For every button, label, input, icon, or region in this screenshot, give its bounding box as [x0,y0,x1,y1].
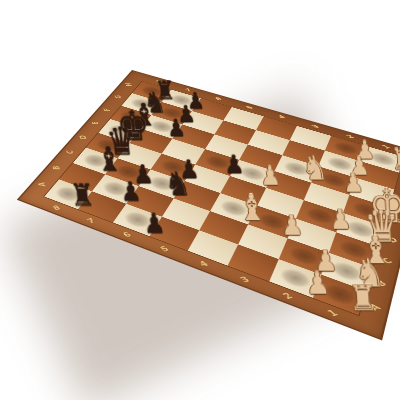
piece-white-pawn-c3[interactable]: ♟ [264,211,320,239]
file-label-far-a: A [36,181,50,188]
piece-black-pawn-b7[interactable]: ♟ [104,178,158,204]
file-label-far-b: B [50,165,64,172]
piece-black-pawn-a6[interactable]: ♟ [126,209,182,237]
file-label-far-d: D [77,134,90,140]
piece-black-pawn-f7[interactable]: ♟ [152,116,200,140]
piece-black-knight-c6[interactable]: ♞ [151,167,205,200]
rank-label-left-7: 7 [83,216,101,226]
product-photo-canvas: AABBCCDDEEFFGGHH8877665544332211♜♝♛♚♝♞♜♟… [0,0,400,400]
piece-white-pawn-e4[interactable]: ♟ [244,163,296,189]
rank-label-left-5: 5 [155,244,174,255]
rank-label-left-4: 4 [194,259,214,270]
piece-black-rook-a8[interactable]: ♜ [55,180,110,211]
file-label-far-h: H [123,82,135,87]
rank-label-left-3: 3 [235,274,255,286]
file-label-far-c: C [64,149,77,155]
piece-white-rook-a1[interactable]: ♜ [332,281,395,316]
